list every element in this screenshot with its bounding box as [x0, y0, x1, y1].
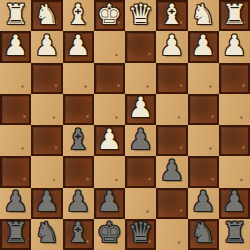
square-g3[interactable] — [31, 63, 62, 94]
square-a8[interactable]: ♜ — [219, 219, 250, 250]
square-c6[interactable]: ♟ — [156, 156, 187, 187]
square-e6[interactable] — [94, 156, 125, 187]
square-h8[interactable]: ♜ — [0, 219, 31, 250]
black-pawn: ♟ — [34, 188, 59, 216]
square-h2[interactable]: ♟ — [0, 31, 31, 62]
square-b4[interactable] — [188, 94, 219, 125]
square-h3[interactable] — [0, 63, 31, 94]
square-a2[interactable]: ♟ — [219, 31, 250, 62]
square-c3[interactable] — [156, 63, 187, 94]
white-rook: ♜ — [3, 1, 28, 29]
square-a3[interactable] — [219, 63, 250, 94]
black-bishop: ♝ — [66, 126, 91, 154]
black-pawn: ♟ — [97, 188, 122, 216]
square-f8[interactable]: ♝ — [63, 219, 94, 250]
square-h5[interactable] — [0, 125, 31, 156]
chess-board: ♜♞♝♚♛♝♞♜♟♟♟♟♟♟♟♝♟♟♟♟♟♟♟♟♟♜♞♝♚♛♞♜ — [0, 0, 250, 250]
square-b7[interactable]: ♟ — [188, 188, 219, 219]
black-bishop: ♝ — [66, 219, 91, 247]
square-a4[interactable] — [219, 94, 250, 125]
square-g1[interactable]: ♞ — [31, 0, 62, 31]
square-h1[interactable]: ♜ — [0, 0, 31, 31]
square-f7[interactable]: ♟ — [63, 188, 94, 219]
square-b2[interactable]: ♟ — [188, 31, 219, 62]
square-d3[interactable] — [125, 63, 156, 94]
square-f3[interactable] — [63, 63, 94, 94]
black-pawn: ♟ — [128, 126, 153, 154]
square-f5[interactable]: ♝ — [63, 125, 94, 156]
square-f4[interactable] — [63, 94, 94, 125]
white-pawn: ♟ — [3, 32, 28, 60]
square-g4[interactable] — [31, 94, 62, 125]
square-b6[interactable] — [188, 156, 219, 187]
black-knight: ♞ — [34, 219, 59, 247]
square-e1[interactable]: ♚ — [94, 0, 125, 31]
square-c7[interactable] — [156, 188, 187, 219]
square-d6[interactable] — [125, 156, 156, 187]
white-pawn: ♟ — [34, 32, 59, 60]
black-knight: ♞ — [191, 219, 216, 247]
square-g5[interactable] — [31, 125, 62, 156]
square-b5[interactable] — [188, 125, 219, 156]
white-bishop: ♝ — [66, 1, 91, 29]
square-e7[interactable]: ♟ — [94, 188, 125, 219]
white-pawn: ♟ — [222, 32, 247, 60]
square-f2[interactable]: ♟ — [63, 31, 94, 62]
white-king: ♚ — [97, 1, 122, 29]
square-d4[interactable]: ♟ — [125, 94, 156, 125]
square-a1[interactable]: ♜ — [219, 0, 250, 31]
square-c2[interactable]: ♟ — [156, 31, 187, 62]
white-knight: ♞ — [34, 1, 59, 29]
square-a7[interactable]: ♟ — [219, 188, 250, 219]
white-pawn: ♟ — [191, 32, 216, 60]
black-rook: ♜ — [3, 219, 28, 247]
square-b1[interactable]: ♞ — [188, 0, 219, 31]
square-c8[interactable] — [156, 219, 187, 250]
black-pawn: ♟ — [159, 157, 184, 185]
white-knight: ♞ — [191, 1, 216, 29]
square-h6[interactable] — [0, 156, 31, 187]
black-queen: ♛ — [128, 219, 153, 247]
square-a5[interactable] — [219, 125, 250, 156]
white-rook: ♜ — [222, 1, 247, 29]
black-pawn: ♟ — [191, 188, 216, 216]
square-g6[interactable] — [31, 156, 62, 187]
square-a6[interactable] — [219, 156, 250, 187]
square-c5[interactable] — [156, 125, 187, 156]
square-d2[interactable] — [125, 31, 156, 62]
square-h7[interactable]: ♟ — [0, 188, 31, 219]
black-pawn: ♟ — [3, 188, 28, 216]
white-queen: ♛ — [128, 1, 153, 29]
square-f1[interactable]: ♝ — [63, 0, 94, 31]
white-pawn: ♟ — [97, 126, 122, 154]
square-d8[interactable]: ♛ — [125, 219, 156, 250]
square-e3[interactable] — [94, 63, 125, 94]
square-d5[interactable]: ♟ — [125, 125, 156, 156]
square-g7[interactable]: ♟ — [31, 188, 62, 219]
black-pawn: ♟ — [222, 188, 247, 216]
white-bishop: ♝ — [159, 1, 184, 29]
black-rook: ♜ — [222, 219, 247, 247]
square-g8[interactable]: ♞ — [31, 219, 62, 250]
square-e2[interactable] — [94, 31, 125, 62]
black-pawn: ♟ — [66, 188, 91, 216]
square-b8[interactable]: ♞ — [188, 219, 219, 250]
square-e8[interactable]: ♚ — [94, 219, 125, 250]
square-e5[interactable]: ♟ — [94, 125, 125, 156]
square-c1[interactable]: ♝ — [156, 0, 187, 31]
square-d1[interactable]: ♛ — [125, 0, 156, 31]
square-f6[interactable] — [63, 156, 94, 187]
white-pawn: ♟ — [66, 32, 91, 60]
black-king: ♚ — [97, 219, 122, 247]
white-pawn: ♟ — [159, 32, 184, 60]
square-h4[interactable] — [0, 94, 31, 125]
square-d7[interactable] — [125, 188, 156, 219]
white-pawn: ♟ — [128, 94, 153, 122]
square-b3[interactable] — [188, 63, 219, 94]
square-e4[interactable] — [94, 94, 125, 125]
square-c4[interactable] — [156, 94, 187, 125]
square-g2[interactable]: ♟ — [31, 31, 62, 62]
